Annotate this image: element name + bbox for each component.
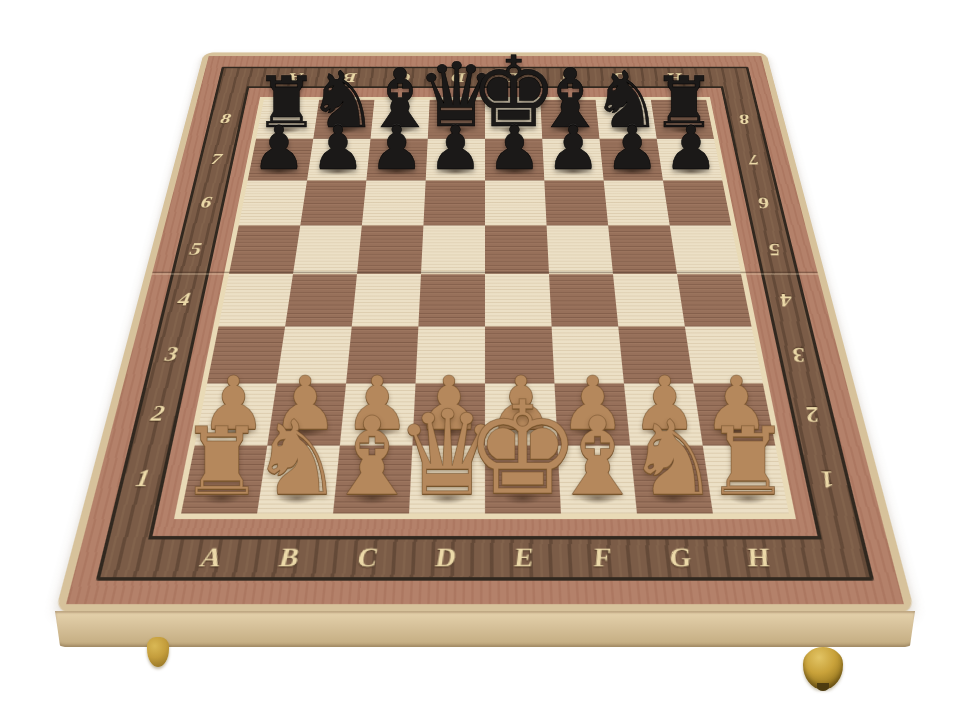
rank-label-right-3: 3 — [792, 345, 806, 365]
folding-seam — [152, 272, 818, 275]
piece-black-pawn-d7[interactable]: ♟ — [428, 118, 482, 179]
brass-foot-right — [803, 647, 843, 689]
file-label-bottom-g: G — [669, 544, 691, 571]
square-g5[interactable] — [608, 225, 677, 274]
piece-black-pawn-g7[interactable]: ♟ — [605, 118, 659, 179]
square-g6[interactable] — [604, 181, 670, 226]
square-f4[interactable] — [549, 274, 618, 327]
piece-black-pawn-h7[interactable]: ♟ — [664, 118, 718, 179]
rank-label-right-2: 2 — [805, 404, 819, 426]
square-b5[interactable] — [293, 225, 362, 274]
square-g4[interactable] — [613, 274, 685, 327]
file-label-bottom-d: D — [433, 544, 458, 571]
file-label-bottom-f: F — [593, 544, 612, 571]
square-d6[interactable] — [423, 181, 485, 226]
square-c6[interactable] — [362, 181, 426, 226]
rank-label-right-8: 8 — [739, 112, 749, 126]
file-label-bottom-h: H — [747, 544, 770, 571]
square-c4[interactable] — [352, 274, 421, 327]
piece-black-pawn-b7[interactable]: ♟ — [311, 118, 365, 179]
square-e6[interactable] — [485, 181, 547, 226]
square-b4[interactable] — [285, 274, 357, 327]
square-h6[interactable] — [663, 181, 731, 226]
file-label-bottom-e: E — [513, 544, 535, 571]
scene: AABBCCDDEEFFGGHH8877665544332211 ♜♞♝♛♚♝♞… — [0, 0, 970, 728]
brass-clasp-left — [147, 637, 169, 667]
square-d4[interactable] — [418, 274, 485, 327]
square-f5[interactable] — [547, 225, 613, 274]
box-front-edge — [55, 611, 915, 647]
square-f6[interactable] — [544, 181, 608, 226]
square-e5[interactable] — [485, 225, 549, 274]
square-h5[interactable] — [670, 225, 741, 274]
square-h4[interactable] — [677, 274, 752, 327]
rank-label-right-6: 6 — [758, 195, 770, 211]
piece-black-pawn-e7[interactable]: ♟ — [487, 118, 541, 179]
square-d5[interactable] — [421, 225, 485, 274]
rank-label-right-7: 7 — [748, 152, 759, 167]
square-c5[interactable] — [357, 225, 423, 274]
square-a5[interactable] — [229, 225, 300, 274]
rank-label-right-1: 1 — [820, 468, 835, 492]
square-e4[interactable] — [485, 274, 552, 327]
rank-label-right-5: 5 — [768, 241, 780, 258]
piece-black-pawn-f7[interactable]: ♟ — [546, 118, 600, 179]
square-b6[interactable] — [300, 181, 366, 226]
piece-black-pawn-a7[interactable]: ♟ — [252, 118, 306, 179]
square-a4[interactable] — [218, 274, 293, 327]
square-a6[interactable] — [239, 181, 307, 226]
piece-black-pawn-c7[interactable]: ♟ — [370, 118, 424, 179]
piece-white-rook-h1[interactable]: ♜ — [706, 415, 790, 509]
rank-label-right-4: 4 — [780, 291, 793, 310]
